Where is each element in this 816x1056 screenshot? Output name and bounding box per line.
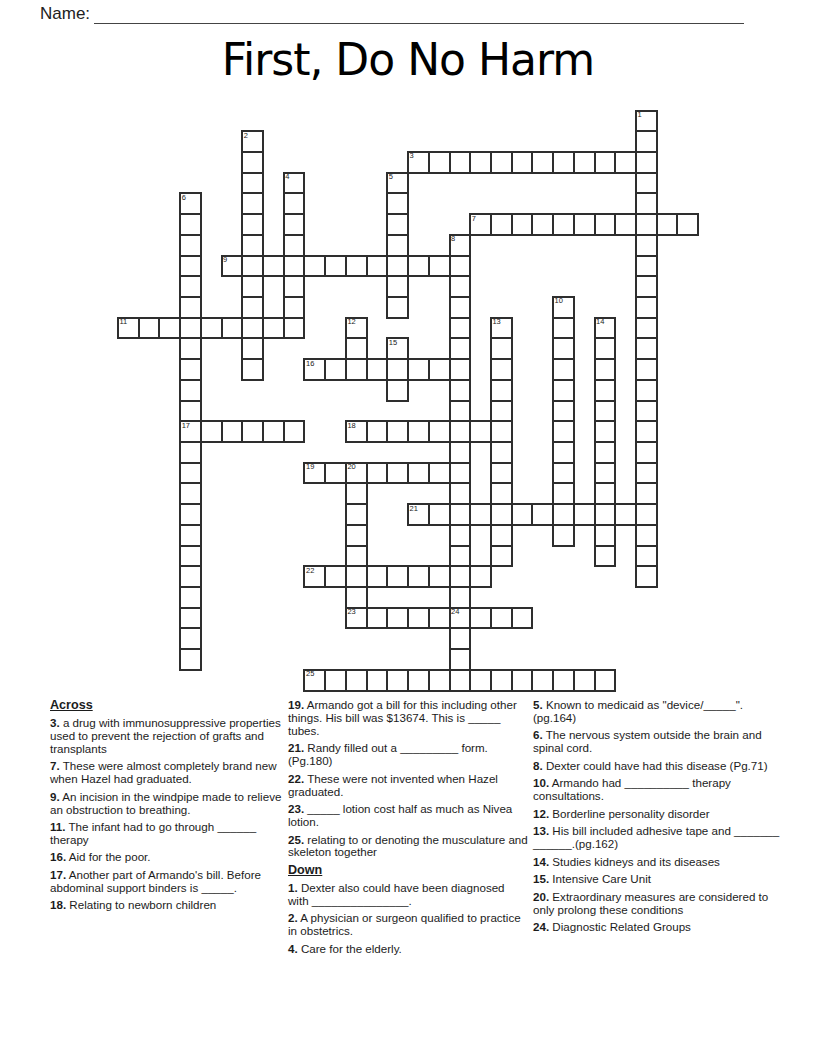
cell-r13c25[interactable] (636, 380, 657, 401)
clue-item-text: Armando had __________ therapy consultat… (533, 776, 731, 802)
word-5-down (386, 172, 409, 319)
cell-r7c9[interactable] (304, 256, 325, 277)
cell-r21c3[interactable] (180, 546, 201, 567)
cell-r18c25[interactable] (636, 483, 657, 504)
clue-item-text: a drug with immunosuppressive properties… (50, 716, 281, 755)
clue-item-number: 22. (288, 772, 304, 785)
cell-r2c20[interactable] (532, 152, 553, 173)
cell-r5c19[interactable] (512, 214, 533, 235)
cell-r19c19[interactable] (512, 504, 533, 525)
clue-number: 9 (223, 256, 227, 264)
clue-across-25: 25. relating to or denoting the musculat… (288, 834, 528, 860)
cell-r21c18[interactable] (491, 546, 512, 567)
cell-r16c21[interactable] (553, 442, 574, 463)
cell-r18c11[interactable] (346, 483, 367, 504)
cell-r26c16[interactable] (450, 649, 471, 670)
cell-r27c19[interactable] (512, 670, 533, 691)
cell-r22c3[interactable] (180, 566, 201, 587)
cell-r6c3[interactable] (180, 235, 201, 256)
cell-r7c25[interactable] (636, 256, 657, 277)
cell-r17c3[interactable] (180, 463, 201, 484)
cell-r14c25[interactable] (636, 401, 657, 422)
clue-across-3: 3. a drug with immunosuppressive propert… (50, 717, 283, 756)
cell-r7c15[interactable] (429, 256, 450, 277)
cell-r7c11[interactable] (346, 256, 367, 277)
cell-r12c13[interactable] (387, 359, 408, 380)
clue-number: 13 (492, 318, 500, 326)
cell-r18c23[interactable] (595, 483, 616, 504)
word-18-across (345, 420, 513, 443)
clue-across-21: 21. Randy filled out a _________ form. (… (288, 742, 528, 768)
cell-r15c7[interactable] (263, 421, 284, 442)
cell-r17c10[interactable] (325, 463, 346, 484)
cell-r22c10[interactable] (325, 566, 346, 587)
cell-r15c21[interactable] (553, 421, 574, 442)
cell-r13c13[interactable] (387, 380, 408, 401)
clue-item-text: _____ lotion cost half as much as Nivea … (288, 802, 512, 828)
cell-r19c22[interactable] (574, 504, 595, 525)
clue-item-number: 4. (288, 942, 298, 955)
cell-r7c14[interactable] (408, 256, 429, 277)
cell-r2c22[interactable] (574, 152, 595, 173)
cell-r12c10[interactable] (325, 359, 346, 380)
word-14-down (594, 317, 617, 568)
clue-item-text: Borderline personality disorder (549, 807, 709, 820)
cell-r14c23[interactable] (595, 401, 616, 422)
clue-down-13: 13. His bill included adhesive tape and … (533, 825, 781, 851)
clue-across-16: 16. Aid for the poor. (50, 851, 283, 864)
clue-item-text: Intensive Care Unit (549, 872, 651, 885)
cell-r8c16[interactable] (450, 276, 471, 297)
cell-r16c23[interactable] (595, 442, 616, 463)
cell-r27c18[interactable] (491, 670, 512, 691)
cell-r27c15[interactable] (429, 670, 450, 691)
cell-r10c6[interactable] (242, 318, 263, 339)
word-1-down (635, 110, 658, 589)
cell-r2c23[interactable] (595, 152, 616, 173)
cell-r17c13[interactable] (387, 463, 408, 484)
clue-item-text: Care for the elderly. (298, 942, 402, 955)
clue-number: 12 (347, 318, 355, 326)
cell-r21c16[interactable] (450, 546, 471, 567)
cell-r12c25[interactable] (636, 359, 657, 380)
cell-r13c3[interactable] (180, 380, 201, 401)
clue-number: 19 (306, 463, 314, 471)
cell-r26c3[interactable] (180, 649, 201, 670)
cell-r14c16[interactable] (450, 401, 471, 422)
word-11-across (117, 317, 305, 340)
cell-r3c6[interactable] (242, 173, 263, 194)
cell-r18c16[interactable] (450, 483, 471, 504)
cell-r20c23[interactable] (595, 525, 616, 546)
cell-r5c18[interactable] (491, 214, 512, 235)
cell-r22c15[interactable] (429, 566, 450, 587)
cell-r12c12[interactable] (367, 359, 388, 380)
cell-r24c12[interactable] (367, 608, 388, 629)
cell-r5c26[interactable] (657, 214, 678, 235)
cell-r8c6[interactable] (242, 276, 263, 297)
cell-r21c25[interactable] (636, 546, 657, 567)
cell-r10c7[interactable] (263, 318, 284, 339)
down-header: Down (288, 864, 528, 877)
cell-r24c19[interactable] (512, 608, 533, 629)
cell-r21c23[interactable] (595, 546, 616, 567)
cell-r22c12[interactable] (367, 566, 388, 587)
cell-r22c13[interactable] (387, 566, 408, 587)
clue-item-number: 15. (533, 872, 549, 885)
clue-item-text: relating to or denoting the musculature … (288, 833, 528, 859)
cell-r27c20[interactable] (532, 670, 553, 691)
word-21-across (407, 503, 658, 526)
cell-r6c8[interactable] (284, 235, 305, 256)
cell-r5c24[interactable] (615, 214, 636, 235)
cell-r5c6[interactable] (242, 214, 263, 235)
clue-number: 23 (347, 608, 355, 616)
cell-r17c18[interactable] (491, 463, 512, 484)
cell-r13c18[interactable] (491, 380, 512, 401)
clue-item-number: 19. (288, 698, 304, 711)
cell-r11c21[interactable] (553, 338, 574, 359)
clue-number: 18 (347, 422, 355, 430)
cell-r10c21[interactable] (553, 318, 574, 339)
cell-r8c25[interactable] (636, 276, 657, 297)
clue-item-text: The infant had to go through ______ ther… (50, 820, 256, 846)
cell-r20c11[interactable] (346, 525, 367, 546)
cell-r2c6[interactable] (242, 152, 263, 173)
cell-r6c25[interactable] (636, 235, 657, 256)
cell-r27c22[interactable] (574, 670, 595, 691)
cell-r23c16[interactable] (450, 587, 471, 608)
cell-r15c14[interactable] (408, 421, 429, 442)
cell-r12c23[interactable] (595, 359, 616, 380)
cell-r24c13[interactable] (387, 608, 408, 629)
clue-number: 3 (410, 152, 414, 160)
clue-item-number: 6. (533, 728, 543, 741)
clue-number: 11 (120, 318, 128, 326)
cell-r9c6[interactable] (242, 297, 263, 318)
cell-r2c25[interactable] (636, 152, 657, 173)
cell-r11c11[interactable] (346, 338, 367, 359)
cell-r5c23[interactable] (595, 214, 616, 235)
clue-item-number: 5. (533, 698, 543, 711)
cell-r22c16[interactable] (450, 566, 471, 587)
cell-r15c15[interactable] (429, 421, 450, 442)
cell-r7c13[interactable] (387, 256, 408, 277)
cell-r20c18[interactable] (491, 525, 512, 546)
cell-r20c3[interactable] (180, 525, 201, 546)
cell-r4c13[interactable] (387, 193, 408, 214)
cell-r13c23[interactable] (595, 380, 616, 401)
cell-r11c6[interactable] (242, 338, 263, 359)
clue-item-text: Randy filled out a _________ form. (Pg.1… (288, 741, 488, 767)
cell-r19c24[interactable] (615, 504, 636, 525)
cell-r16c25[interactable] (636, 442, 657, 463)
cell-r2c15[interactable] (429, 152, 450, 173)
word-2-down (241, 130, 264, 381)
cell-r14c18[interactable] (491, 401, 512, 422)
clue-number: 14 (596, 318, 604, 326)
cell-r20c21[interactable] (553, 525, 574, 546)
cell-r27c10[interactable] (325, 670, 346, 691)
clue-across-22: 22. These were not invented when Hazel g… (288, 773, 528, 799)
worksheet-page: Name: First, Do No Harm 3791116171819212… (0, 0, 816, 1056)
cell-r10c3[interactable] (180, 318, 201, 339)
clue-item-text: Known to medicaid as "device/_____".(pg.… (533, 698, 743, 724)
clue-number: 2 (244, 132, 248, 140)
clue-item-text: A physician or surgeon qualified to prac… (288, 911, 521, 937)
cell-r15c16[interactable] (450, 421, 471, 442)
cell-r18c21[interactable] (553, 483, 574, 504)
clue-item-text: Armando got a bill for this including ot… (288, 698, 517, 737)
cell-r19c11[interactable] (346, 504, 367, 525)
cell-r17c21[interactable] (553, 463, 574, 484)
cell-r12c14[interactable] (408, 359, 429, 380)
cell-r10c5[interactable] (222, 318, 243, 339)
cell-r15c5[interactable] (222, 421, 243, 442)
clue-item-text: Dexter also could have been diagnosed wi… (288, 881, 505, 907)
cell-r12c3[interactable] (180, 359, 201, 380)
word-6-down (179, 192, 202, 671)
clue-item-text: Extraordinary measures are considered to… (533, 890, 768, 916)
cell-r24c14[interactable] (408, 608, 429, 629)
cell-r12c15[interactable] (429, 359, 450, 380)
cell-r15c17[interactable] (470, 421, 491, 442)
cell-r2c17[interactable] (470, 152, 491, 173)
cell-r27c23[interactable] (595, 670, 616, 691)
clue-item-number: 1. (288, 881, 298, 894)
cell-r24c15[interactable] (429, 608, 450, 629)
cell-r11c3[interactable] (180, 338, 201, 359)
clue-across-17: 17. Another part of Armando's bill. Befo… (50, 869, 283, 895)
cell-r23c11[interactable] (346, 587, 367, 608)
cell-r2c19[interactable] (512, 152, 533, 173)
cell-r15c23[interactable] (595, 421, 616, 442)
cell-r7c12[interactable] (367, 256, 388, 277)
cell-r10c2[interactable] (159, 318, 180, 339)
cell-r14c3[interactable] (180, 401, 201, 422)
cell-r24c3[interactable] (180, 608, 201, 629)
cell-r17c15[interactable] (429, 463, 450, 484)
cell-r12c21[interactable] (553, 359, 574, 380)
cell-r19c21[interactable] (553, 504, 574, 525)
cell-r5c25[interactable] (636, 214, 657, 235)
cell-r17c23[interactable] (595, 463, 616, 484)
cell-r5c22[interactable] (574, 214, 595, 235)
cell-r27c21[interactable] (553, 670, 574, 691)
cell-r19c16[interactable] (450, 504, 471, 525)
word-19-across (303, 462, 471, 485)
cell-r22c14[interactable] (408, 566, 429, 587)
cell-r11c25[interactable] (636, 338, 657, 359)
cell-r5c8[interactable] (284, 214, 305, 235)
cell-r19c23[interactable] (595, 504, 616, 525)
cell-r22c11[interactable] (346, 566, 367, 587)
cell-r10c16[interactable] (450, 318, 471, 339)
cell-r17c16[interactable] (450, 463, 471, 484)
cell-r17c12[interactable] (367, 463, 388, 484)
cell-r12c16[interactable] (450, 359, 471, 380)
clue-number: 5 (389, 173, 393, 181)
cell-r11c16[interactable] (450, 338, 471, 359)
cell-r9c25[interactable] (636, 297, 657, 318)
clue-number: 17 (182, 422, 190, 430)
cell-r5c21[interactable] (553, 214, 574, 235)
cell-r15c8[interactable] (284, 421, 305, 442)
cell-r16c18[interactable] (491, 442, 512, 463)
cell-r27c16[interactable] (450, 670, 471, 691)
clue-item-number: 20. (533, 890, 549, 903)
cell-r11c23[interactable] (595, 338, 616, 359)
clue-down-14: 14. Studies kidneys and its diseases (533, 856, 781, 869)
word-7-across (469, 213, 699, 236)
cell-r6c13[interactable] (387, 235, 408, 256)
clue-down-12: 12. Borderline personality disorder (533, 808, 781, 821)
cell-r27c14[interactable] (408, 670, 429, 691)
clue-number: 7 (472, 215, 476, 223)
word-20-down (345, 462, 368, 630)
cell-r27c12[interactable] (367, 670, 388, 691)
cell-r23c3[interactable] (180, 587, 201, 608)
word-13-down (490, 317, 513, 568)
cell-r7c10[interactable] (325, 256, 346, 277)
clue-number: 20 (347, 463, 355, 471)
cell-r27c11[interactable] (346, 670, 367, 691)
cell-r9c16[interactable] (450, 297, 471, 318)
clue-item-number: 16. (50, 850, 66, 863)
clue-number: 1 (638, 111, 642, 119)
cell-r15c18[interactable] (491, 421, 512, 442)
cell-r15c25[interactable] (636, 421, 657, 442)
word-12-down (345, 317, 368, 381)
cell-r4c6[interactable] (242, 193, 263, 214)
cell-r4c25[interactable] (636, 193, 657, 214)
cell-r22c17[interactable] (470, 566, 491, 587)
cell-r12c6[interactable] (242, 359, 263, 380)
cell-r8c13[interactable] (387, 276, 408, 297)
clue-item-number: 17. (50, 868, 66, 881)
cell-r14c21[interactable] (553, 401, 574, 422)
cell-r3c25[interactable] (636, 173, 657, 194)
cell-r16c16[interactable] (450, 442, 471, 463)
cell-r20c25[interactable] (636, 525, 657, 546)
clue-down-4: 4. Care for the elderly. (288, 943, 528, 956)
cell-r18c18[interactable] (491, 483, 512, 504)
cell-r9c3[interactable] (180, 297, 201, 318)
cell-r21c11[interactable] (346, 546, 367, 567)
cell-r2c16[interactable] (450, 152, 471, 173)
cell-r13c16[interactable] (450, 380, 471, 401)
cell-r19c3[interactable] (180, 504, 201, 525)
cell-r15c4[interactable] (201, 421, 222, 442)
cell-r19c17[interactable] (470, 504, 491, 525)
cell-r17c25[interactable] (636, 463, 657, 484)
clue-number: 8 (451, 235, 455, 243)
clue-down-15: 15. Intensive Care Unit (533, 873, 781, 886)
cell-r19c15[interactable] (429, 504, 450, 525)
cell-r27c13[interactable] (387, 670, 408, 691)
cell-r5c3[interactable] (180, 214, 201, 235)
word-8-down (449, 234, 472, 609)
cell-r24c18[interactable] (491, 608, 512, 629)
clue-down-1: 1. Dexter also could have been diagnosed… (288, 882, 528, 908)
word-10-down (552, 296, 575, 547)
clue-item-text: These were not invented when Hazel gradu… (288, 772, 498, 798)
cell-r24c17[interactable] (470, 608, 491, 629)
clue-item-number: 7. (50, 759, 60, 772)
clue-down-6: 6. The nervous system outside the brain … (533, 729, 781, 755)
cell-r2c21[interactable] (553, 152, 574, 173)
cell-r9c8[interactable] (284, 297, 305, 318)
clue-number: 22 (306, 567, 314, 575)
cell-r19c18[interactable] (491, 504, 512, 525)
cell-r1c25[interactable] (636, 131, 657, 152)
cell-r10c8[interactable] (284, 318, 305, 339)
cell-r13c21[interactable] (553, 380, 574, 401)
clue-item-number: 8. (533, 759, 543, 772)
cell-r25c16[interactable] (450, 628, 471, 649)
cell-r7c8[interactable] (284, 256, 305, 277)
cell-r7c6[interactable] (242, 256, 263, 277)
across-header: Across (50, 699, 283, 712)
cell-r15c12[interactable] (367, 421, 388, 442)
clue-item-text: Dexter could have had this disease (Pg.7… (543, 759, 768, 772)
cell-r8c8[interactable] (284, 276, 305, 297)
cell-r22c25[interactable] (636, 566, 657, 587)
cell-r19c20[interactable] (532, 504, 553, 525)
cell-r17c14[interactable] (408, 463, 429, 484)
clue-column-3: 5. Known to medicaid as "device/_____".(… (533, 699, 781, 939)
cell-r7c3[interactable] (180, 256, 201, 277)
cell-r25c3[interactable] (180, 628, 201, 649)
cell-r6c6[interactable] (242, 235, 263, 256)
cell-r10c4[interactable] (201, 318, 222, 339)
clue-item-text: Relating to newborn children (66, 898, 216, 911)
cell-r2c24[interactable] (615, 152, 636, 173)
clue-number: 21 (410, 505, 418, 513)
cell-r15c6[interactable] (242, 421, 263, 442)
cell-r18c3[interactable] (180, 483, 201, 504)
cell-r11c18[interactable] (491, 338, 512, 359)
clue-item-text: The nervous system outside the brain and… (533, 728, 762, 754)
cell-r7c16[interactable] (450, 256, 471, 277)
cell-r8c3[interactable] (180, 276, 201, 297)
clue-item-number: 21. (288, 741, 304, 754)
cell-r10c1[interactable] (139, 318, 160, 339)
cell-r5c13[interactable] (387, 214, 408, 235)
cell-r20c16[interactable] (450, 525, 471, 546)
cell-r7c7[interactable] (263, 256, 284, 277)
cell-r2c18[interactable] (491, 152, 512, 173)
cell-r10c25[interactable] (636, 318, 657, 339)
cell-r9c13[interactable] (387, 297, 408, 318)
cell-r4c8[interactable] (284, 193, 305, 214)
clue-column-2: 19. Armando got a bill for this includin… (288, 699, 528, 960)
clue-item-number: 10. (533, 776, 549, 789)
clue-down-10: 10. Armando had __________ therapy consu… (533, 777, 781, 803)
clue-across-9: 9. An incision in the windpipe made to r… (50, 791, 283, 817)
cell-r12c18[interactable] (491, 359, 512, 380)
cell-r19c25[interactable] (636, 504, 657, 525)
cell-r16c3[interactable] (180, 442, 201, 463)
cell-r12c11[interactable] (346, 359, 367, 380)
cell-r15c13[interactable] (387, 421, 408, 442)
cell-r5c27[interactable] (677, 214, 698, 235)
cell-r27c17[interactable] (470, 670, 491, 691)
cell-r5c20[interactable] (532, 214, 553, 235)
clue-column-1: Across3. a drug with immunosuppressive p… (50, 699, 283, 917)
clue-item-text: Studies kidneys and its diseases (549, 855, 720, 868)
clue-item-number: 12. (533, 807, 549, 820)
